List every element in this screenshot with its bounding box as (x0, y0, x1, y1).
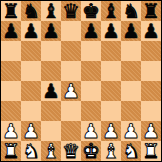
square-d8[interactable]: ♛ (61, 1, 81, 21)
piece-black-rook[interactable]: ♜ (142, 1, 160, 21)
square-g5[interactable] (121, 61, 141, 81)
piece-white-knight[interactable]: ♞ (22, 141, 40, 161)
square-c8[interactable]: ♝ (41, 1, 61, 21)
piece-black-pawn[interactable]: ♟ (142, 21, 160, 41)
square-a4[interactable] (1, 81, 21, 101)
square-f8[interactable]: ♝ (101, 1, 121, 21)
square-e5[interactable] (81, 61, 101, 81)
square-a2[interactable]: ♟ (1, 121, 21, 141)
square-g4[interactable] (121, 81, 141, 101)
square-a1[interactable]: ♜ (1, 141, 21, 161)
piece-black-queen[interactable]: ♛ (62, 1, 80, 21)
square-h5[interactable] (141, 61, 161, 81)
square-a3[interactable] (1, 101, 21, 121)
square-a7[interactable]: ♟ (1, 21, 21, 41)
piece-black-rook[interactable]: ♜ (2, 1, 20, 21)
square-c1[interactable]: ♝ (41, 141, 61, 161)
square-d5[interactable] (61, 61, 81, 81)
square-d4[interactable]: ♟ (61, 81, 81, 101)
square-f3[interactable] (101, 101, 121, 121)
square-d1[interactable]: ♛ (61, 141, 81, 161)
piece-white-pawn[interactable]: ♟ (62, 81, 80, 101)
square-e2[interactable]: ♟ (81, 121, 101, 141)
piece-black-pawn[interactable]: ♟ (42, 21, 60, 41)
square-g7[interactable]: ♟ (121, 21, 141, 41)
square-f5[interactable] (101, 61, 121, 81)
square-e7[interactable]: ♟ (81, 21, 101, 41)
piece-black-knight[interactable]: ♞ (122, 1, 140, 21)
square-d6[interactable] (61, 41, 81, 61)
piece-white-rook[interactable]: ♜ (2, 141, 20, 161)
square-b3[interactable] (21, 101, 41, 121)
square-h8[interactable]: ♜ (141, 1, 161, 21)
square-d2[interactable] (61, 121, 81, 141)
piece-black-pawn[interactable]: ♟ (2, 21, 20, 41)
piece-white-pawn[interactable]: ♟ (142, 121, 160, 141)
square-f7[interactable]: ♟ (101, 21, 121, 41)
square-b8[interactable]: ♞ (21, 1, 41, 21)
square-g2[interactable]: ♟ (121, 121, 141, 141)
piece-black-pawn[interactable]: ♟ (42, 81, 60, 101)
square-g6[interactable] (121, 41, 141, 61)
piece-white-knight[interactable]: ♞ (122, 141, 140, 161)
square-g1[interactable]: ♞ (121, 141, 141, 161)
piece-white-bishop[interactable]: ♝ (102, 141, 120, 161)
square-c2[interactable] (41, 121, 61, 141)
square-h4[interactable] (141, 81, 161, 101)
piece-white-queen[interactable]: ♛ (62, 141, 80, 161)
square-h1[interactable]: ♜ (141, 141, 161, 161)
square-h2[interactable]: ♟ (141, 121, 161, 141)
square-d3[interactable] (61, 101, 81, 121)
square-e6[interactable] (81, 41, 101, 61)
square-h7[interactable]: ♟ (141, 21, 161, 41)
square-c6[interactable] (41, 41, 61, 61)
piece-white-rook[interactable]: ♜ (142, 141, 160, 161)
square-f6[interactable] (101, 41, 121, 61)
piece-white-bishop[interactable]: ♝ (42, 141, 60, 161)
piece-white-king[interactable]: ♚ (82, 141, 100, 161)
chess-board: ♜♞♝♛♚♝♞♜♟♟♟♟♟♟♟♟♟♟♟♟♟♟♟♜♞♝♛♚♝♞♜ (0, 0, 162, 162)
square-g8[interactable]: ♞ (121, 1, 141, 21)
square-e1[interactable]: ♚ (81, 141, 101, 161)
piece-black-bishop[interactable]: ♝ (102, 1, 120, 21)
square-a5[interactable] (1, 61, 21, 81)
piece-white-pawn[interactable]: ♟ (82, 121, 100, 141)
square-b6[interactable] (21, 41, 41, 61)
square-f4[interactable] (101, 81, 121, 101)
square-a8[interactable]: ♜ (1, 1, 21, 21)
square-f1[interactable]: ♝ (101, 141, 121, 161)
square-c3[interactable] (41, 101, 61, 121)
piece-white-pawn[interactable]: ♟ (122, 121, 140, 141)
square-b1[interactable]: ♞ (21, 141, 41, 161)
piece-black-pawn[interactable]: ♟ (82, 21, 100, 41)
piece-white-pawn[interactable]: ♟ (22, 121, 40, 141)
piece-black-pawn[interactable]: ♟ (22, 21, 40, 41)
piece-black-king[interactable]: ♚ (82, 1, 100, 21)
piece-white-pawn[interactable]: ♟ (2, 121, 20, 141)
piece-black-bishop[interactable]: ♝ (42, 1, 60, 21)
square-e8[interactable]: ♚ (81, 1, 101, 21)
square-b4[interactable] (21, 81, 41, 101)
square-d7[interactable] (61, 21, 81, 41)
square-b7[interactable]: ♟ (21, 21, 41, 41)
square-b2[interactable]: ♟ (21, 121, 41, 141)
piece-black-knight[interactable]: ♞ (22, 1, 40, 21)
square-a6[interactable] (1, 41, 21, 61)
square-e3[interactable] (81, 101, 101, 121)
piece-black-pawn[interactable]: ♟ (122, 21, 140, 41)
square-c5[interactable] (41, 61, 61, 81)
piece-white-pawn[interactable]: ♟ (102, 121, 120, 141)
piece-black-pawn[interactable]: ♟ (102, 21, 120, 41)
square-c7[interactable]: ♟ (41, 21, 61, 41)
square-e4[interactable] (81, 81, 101, 101)
square-c4[interactable]: ♟ (41, 81, 61, 101)
square-b5[interactable] (21, 61, 41, 81)
square-h6[interactable] (141, 41, 161, 61)
square-h3[interactable] (141, 101, 161, 121)
square-g3[interactable] (121, 101, 141, 121)
square-f2[interactable]: ♟ (101, 121, 121, 141)
